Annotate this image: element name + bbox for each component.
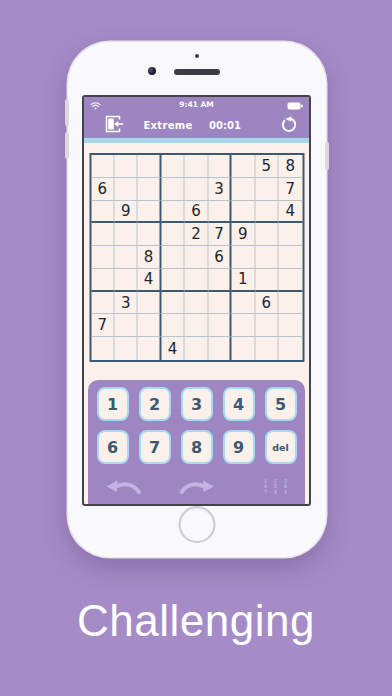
sudoku-board: 5863796427986413674 — [89, 153, 304, 362]
sudoku-cell-r2c1[interactable]: 6 — [91, 178, 114, 201]
volume-up-button — [65, 99, 69, 126]
sudoku-cell-r7c4[interactable] — [161, 292, 184, 315]
sudoku-cell-r4c7[interactable]: 9 — [232, 223, 255, 246]
keypad-row-1: 12345 — [88, 380, 305, 421]
key-6[interactable]: 6 — [97, 430, 129, 464]
sudoku-cell-r8c7[interactable] — [232, 314, 255, 337]
sudoku-cell-r2c3[interactable] — [138, 178, 161, 201]
sudoku-cell-r1c7[interactable] — [232, 155, 255, 178]
status-time: 9:41 AM — [179, 100, 214, 109]
sudoku-cell-r5c8[interactable] — [255, 246, 278, 269]
sudoku-cell-r8c9[interactable] — [279, 314, 302, 337]
caption-text: Challenging — [0, 596, 392, 646]
sudoku-cell-r6c1[interactable] — [91, 269, 114, 292]
power-button — [325, 142, 329, 170]
key-5[interactable]: 5 — [265, 387, 297, 421]
sudoku-cell-r4c2[interactable] — [114, 223, 137, 246]
sudoku-cell-r7c9[interactable] — [279, 292, 302, 315]
sudoku-cell-r3c7[interactable] — [232, 201, 255, 224]
sudoku-cell-r9c8[interactable] — [255, 337, 278, 360]
sudoku-cell-r2c8[interactable] — [255, 178, 278, 201]
sudoku-cell-r7c6[interactable] — [208, 292, 231, 315]
key-2[interactable]: 2 — [139, 387, 171, 421]
sudoku-cell-r3c3[interactable] — [138, 201, 161, 224]
sudoku-cell-r6c9[interactable] — [279, 269, 302, 292]
front-camera — [148, 67, 156, 75]
sudoku-cell-r2c9[interactable]: 7 — [279, 178, 302, 201]
sudoku-cell-r4c3[interactable] — [138, 223, 161, 246]
sudoku-cell-r1c1[interactable] — [91, 155, 114, 178]
key-4[interactable]: 4 — [223, 387, 255, 421]
sudoku-cell-r9c7[interactable] — [232, 337, 255, 360]
sudoku-cell-r1c5[interactable] — [185, 155, 208, 178]
sudoku-cell-r7c3[interactable] — [138, 292, 161, 315]
sudoku-cell-r1c3[interactable] — [138, 155, 161, 178]
sudoku-cell-r5c9[interactable] — [279, 246, 302, 269]
sudoku-cell-r5c3[interactable]: 8 — [138, 246, 161, 269]
sudoku-cell-r1c9[interactable]: 8 — [279, 155, 302, 178]
sudoku-cell-r3c5[interactable]: 6 — [185, 201, 208, 224]
key-del[interactable]: del — [265, 430, 297, 464]
sudoku-cell-r3c9[interactable]: 4 — [279, 201, 302, 224]
sudoku-cell-r6c2[interactable] — [114, 269, 137, 292]
redo-arrow-icon — [178, 476, 215, 495]
sudoku-cell-r8c6[interactable] — [208, 314, 231, 337]
sudoku-cell-r1c6[interactable] — [208, 155, 231, 178]
sudoku-cell-r4c5[interactable]: 2 — [185, 223, 208, 246]
sudoku-cell-r3c1[interactable] — [91, 201, 114, 224]
proximity-sensor-dot — [195, 54, 199, 58]
sudoku-cell-r5c6[interactable]: 6 — [208, 246, 231, 269]
sudoku-cell-r9c4[interactable]: 4 — [161, 337, 184, 360]
sudoku-cell-r5c7[interactable] — [232, 246, 255, 269]
sudoku-cell-r6c8[interactable] — [255, 269, 278, 292]
volume-down-button — [65, 132, 69, 159]
sudoku-cell-r8c3[interactable] — [138, 314, 161, 337]
sudoku-cell-r6c6[interactable] — [208, 269, 231, 292]
undo-button[interactable] — [105, 476, 142, 495]
sudoku-cell-r7c2[interactable]: 3 — [114, 292, 137, 315]
sudoku-cell-r5c5[interactable] — [185, 246, 208, 269]
reset-button[interactable] — [280, 115, 298, 133]
keypad: 12345 6789del 1 2 3 4 5 6 — [88, 380, 305, 504]
sudoku-cell-r7c7[interactable] — [232, 292, 255, 315]
sudoku-cell-r8c8[interactable] — [255, 314, 278, 337]
sudoku-cell-r6c4[interactable] — [161, 269, 184, 292]
sudoku-cell-r7c8[interactable]: 6 — [255, 292, 278, 315]
exit-button[interactable] — [104, 114, 124, 134]
sudoku-cell-r2c4[interactable] — [161, 178, 184, 201]
key-8[interactable]: 8 — [181, 430, 213, 464]
phone-frame: 9:41 AM Extreme 00:01 — [68, 42, 326, 557]
sudoku-cell-r3c2[interactable]: 9 — [114, 201, 137, 224]
notes-icon-row: 7 8 9 — [264, 490, 289, 496]
sudoku-cell-r3c8[interactable] — [255, 201, 278, 224]
sudoku-cell-r7c1[interactable] — [91, 292, 114, 315]
sudoku-cell-r2c6[interactable]: 3 — [208, 178, 231, 201]
key-9[interactable]: 9 — [223, 430, 255, 464]
sudoku-cell-r5c1[interactable] — [91, 246, 114, 269]
sudoku-cell-r5c4[interactable] — [161, 246, 184, 269]
sudoku-cell-r9c6[interactable] — [208, 337, 231, 360]
sudoku-cell-r8c2[interactable] — [114, 314, 137, 337]
sudoku-cell-r4c4[interactable] — [161, 223, 184, 246]
sudoku-cell-r7c5[interactable] — [185, 292, 208, 315]
sudoku-cell-r1c2[interactable] — [114, 155, 137, 178]
sudoku-cell-r1c4[interactable] — [161, 155, 184, 178]
sudoku-cell-r2c2[interactable] — [114, 178, 137, 201]
nav-bar: Extreme 00:01 — [84, 111, 309, 138]
sudoku-cell-r1c8[interactable]: 5 — [255, 155, 278, 178]
keypad-row-2: 6789del — [88, 421, 305, 464]
sudoku-cell-r9c9[interactable] — [279, 337, 302, 360]
sudoku-cell-r6c5[interactable] — [185, 269, 208, 292]
sudoku-cell-r9c5[interactable] — [185, 337, 208, 360]
status-bar: 9:41 AM — [84, 97, 309, 111]
key-1[interactable]: 1 — [97, 387, 129, 421]
sudoku-cell-r4c9[interactable] — [279, 223, 302, 246]
door-exit-icon — [104, 114, 124, 134]
sudoku-cell-r3c4[interactable] — [161, 201, 184, 224]
redo-button[interactable] — [178, 476, 215, 495]
sudoku-cell-r8c5[interactable] — [185, 314, 208, 337]
sudoku-cell-r9c1[interactable] — [91, 337, 114, 360]
undo-arrow-icon — [105, 476, 142, 495]
sudoku-cell-r4c8[interactable] — [255, 223, 278, 246]
sudoku-cell-r6c7[interactable]: 1 — [232, 269, 255, 292]
sudoku-cell-r3c6[interactable] — [208, 201, 231, 224]
key-3[interactable]: 3 — [181, 387, 213, 421]
sudoku-cell-r2c5[interactable] — [185, 178, 208, 201]
difficulty-label: Extreme — [143, 119, 192, 130]
sudoku-cell-r5c2[interactable] — [114, 246, 137, 269]
sudoku-cell-r9c3[interactable] — [138, 337, 161, 360]
sudoku-cell-r6c3[interactable]: 4 — [138, 269, 161, 292]
sudoku-cell-r4c6[interactable]: 7 — [208, 223, 231, 246]
sudoku-cell-r8c4[interactable] — [161, 314, 184, 337]
sudoku-cell-r8c1[interactable]: 7 — [91, 314, 114, 337]
notes-toggle-button[interactable]: 1 2 3 4 5 6 7 8 9 — [264, 479, 289, 496]
timer-label: 00:01 — [209, 119, 241, 130]
sudoku-cell-r9c2[interactable] — [114, 337, 137, 360]
home-button — [179, 506, 216, 543]
key-7[interactable]: 7 — [139, 430, 171, 464]
app-screen: 9:41 AM Extreme 00:01 — [82, 95, 311, 506]
sudoku-cell-r2c7[interactable] — [232, 178, 255, 201]
earpiece-speaker — [174, 69, 220, 75]
reset-icon — [280, 115, 298, 133]
board-area: 5863796427986413674 12345 6789del — [84, 143, 309, 504]
sudoku-cell-r4c1[interactable] — [91, 223, 114, 246]
